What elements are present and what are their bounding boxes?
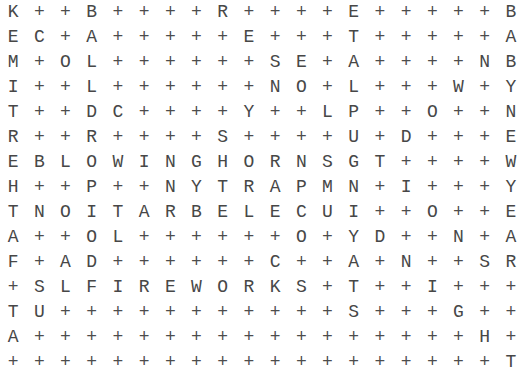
grid-cell-filler[interactable]: +: [157, 299, 183, 324]
grid-cell-letter[interactable]: D: [393, 125, 419, 150]
grid-cell-filler[interactable]: +: [367, 100, 393, 125]
grid-cell-filler[interactable]: +: [419, 125, 445, 150]
grid-cell-filler[interactable]: +: [26, 349, 52, 374]
grid-cell-filler[interactable]: +: [314, 299, 340, 324]
grid-cell-letter[interactable]: L: [79, 50, 105, 75]
grid-cell-letter[interactable]: T: [341, 274, 367, 299]
grid-cell-letter[interactable]: S: [262, 50, 288, 75]
grid-cell-letter[interactable]: W: [183, 274, 209, 299]
grid-cell-filler[interactable]: +: [445, 0, 471, 25]
grid-cell-filler[interactable]: +: [157, 100, 183, 125]
grid-cell-filler[interactable]: +: [26, 175, 52, 200]
grid-cell-letter[interactable]: A: [262, 175, 288, 200]
grid-cell-filler[interactable]: +: [183, 0, 209, 25]
grid-cell-letter[interactable]: R: [79, 125, 105, 150]
grid-cell-filler[interactable]: +: [210, 224, 236, 249]
grid-cell-filler[interactable]: +: [393, 25, 419, 50]
grid-cell-filler[interactable]: +: [131, 0, 157, 25]
grid-cell-filler[interactable]: +: [157, 50, 183, 75]
grid-cell-filler[interactable]: +: [52, 75, 78, 100]
grid-cell-filler[interactable]: +: [393, 349, 419, 374]
grid-cell-filler[interactable]: +: [419, 299, 445, 324]
grid-cell-filler[interactable]: +: [419, 175, 445, 200]
grid-cell-filler[interactable]: +: [52, 224, 78, 249]
grid-cell-filler[interactable]: +: [314, 324, 340, 349]
grid-cell-filler[interactable]: +: [367, 50, 393, 75]
grid-cell-filler[interactable]: +: [210, 25, 236, 50]
grid-cell-letter[interactable]: T: [367, 150, 393, 175]
grid-cell-filler[interactable]: +: [131, 175, 157, 200]
grid-cell-letter[interactable]: U: [341, 125, 367, 150]
grid-cell-filler[interactable]: +: [288, 25, 314, 50]
grid-cell-filler[interactable]: +: [210, 249, 236, 274]
grid-cell-filler[interactable]: +: [183, 324, 209, 349]
grid-cell-letter[interactable]: S: [26, 274, 52, 299]
grid-cell-filler[interactable]: +: [419, 0, 445, 25]
grid-cell-filler[interactable]: +: [236, 125, 262, 150]
grid-cell-filler[interactable]: +: [445, 100, 471, 125]
grid-cell-filler[interactable]: +: [262, 349, 288, 374]
grid-cell-filler[interactable]: +: [367, 125, 393, 150]
grid-cell-filler[interactable]: +: [472, 125, 498, 150]
grid-cell-filler[interactable]: +: [105, 75, 131, 100]
grid-cell-letter[interactable]: E: [0, 25, 26, 50]
grid-cell-letter[interactable]: S: [341, 299, 367, 324]
grid-cell-filler[interactable]: +: [288, 324, 314, 349]
grid-cell-letter[interactable]: A: [498, 224, 524, 249]
grid-cell-filler[interactable]: +: [472, 25, 498, 50]
grid-cell-filler[interactable]: +: [157, 249, 183, 274]
grid-cell-letter[interactable]: I: [105, 274, 131, 299]
grid-cell-letter[interactable]: O: [79, 224, 105, 249]
grid-cell-filler[interactable]: +: [419, 25, 445, 50]
grid-cell-filler[interactable]: +: [131, 50, 157, 75]
grid-cell-filler[interactable]: +: [236, 224, 262, 249]
grid-cell-letter[interactable]: N: [26, 199, 52, 224]
grid-cell-filler[interactable]: +: [419, 324, 445, 349]
grid-cell-filler[interactable]: +: [262, 25, 288, 50]
grid-cell-filler[interactable]: +: [472, 75, 498, 100]
grid-cell-letter[interactable]: M: [314, 175, 340, 200]
grid-cell-letter[interactable]: S: [472, 249, 498, 274]
grid-cell-letter[interactable]: B: [26, 150, 52, 175]
grid-cell-filler[interactable]: +: [393, 150, 419, 175]
grid-cell-filler[interactable]: +: [498, 299, 524, 324]
grid-cell-letter[interactable]: S: [288, 274, 314, 299]
grid-cell-filler[interactable]: +: [183, 299, 209, 324]
grid-cell-filler[interactable]: +: [105, 125, 131, 150]
grid-cell-filler[interactable]: +: [288, 0, 314, 25]
grid-cell-letter[interactable]: Y: [498, 75, 524, 100]
grid-cell-filler[interactable]: +: [236, 349, 262, 374]
grid-cell-letter[interactable]: P: [288, 175, 314, 200]
grid-cell-filler[interactable]: +: [445, 175, 471, 200]
grid-cell-filler[interactable]: +: [314, 50, 340, 75]
grid-cell-filler[interactable]: +: [52, 125, 78, 150]
grid-cell-letter[interactable]: L: [52, 274, 78, 299]
grid-cell-letter[interactable]: A: [52, 249, 78, 274]
grid-cell-letter[interactable]: T: [498, 349, 524, 374]
grid-cell-filler[interactable]: +: [393, 199, 419, 224]
grid-cell-filler[interactable]: +: [314, 274, 340, 299]
grid-cell-filler[interactable]: +: [79, 299, 105, 324]
grid-cell-letter[interactable]: H: [0, 175, 26, 200]
grid-cell-letter[interactable]: L: [341, 75, 367, 100]
grid-cell-letter[interactable]: O: [79, 150, 105, 175]
grid-cell-filler[interactable]: +: [183, 75, 209, 100]
grid-cell-filler[interactable]: +: [52, 349, 78, 374]
grid-cell-filler[interactable]: +: [393, 324, 419, 349]
grid-cell-filler[interactable]: +: [419, 75, 445, 100]
grid-cell-filler[interactable]: +: [52, 0, 78, 25]
grid-cell-filler[interactable]: +: [288, 299, 314, 324]
grid-cell-filler[interactable]: +: [236, 0, 262, 25]
grid-cell-filler[interactable]: +: [472, 0, 498, 25]
grid-cell-filler[interactable]: +: [157, 349, 183, 374]
grid-cell-filler[interactable]: +: [210, 50, 236, 75]
grid-cell-filler[interactable]: +: [210, 100, 236, 125]
grid-cell-filler[interactable]: +: [131, 75, 157, 100]
grid-cell-letter[interactable]: Y: [498, 175, 524, 200]
grid-cell-letter[interactable]: E: [157, 274, 183, 299]
grid-cell-filler[interactable]: +: [52, 299, 78, 324]
grid-cell-letter[interactable]: C: [288, 199, 314, 224]
grid-cell-letter[interactable]: S: [314, 150, 340, 175]
grid-cell-letter[interactable]: P: [79, 175, 105, 200]
grid-cell-letter[interactable]: S: [210, 125, 236, 150]
grid-cell-letter[interactable]: D: [79, 249, 105, 274]
grid-cell-letter[interactable]: L: [236, 199, 262, 224]
grid-cell-filler[interactable]: +: [183, 50, 209, 75]
grid-cell-letter[interactable]: N: [445, 224, 471, 249]
grid-cell-filler[interactable]: +: [210, 299, 236, 324]
grid-cell-filler[interactable]: +: [314, 75, 340, 100]
grid-cell-filler[interactable]: +: [314, 224, 340, 249]
grid-cell-letter[interactable]: Y: [236, 100, 262, 125]
grid-cell-filler[interactable]: +: [314, 249, 340, 274]
grid-cell-letter[interactable]: G: [445, 299, 471, 324]
grid-cell-letter[interactable]: E: [236, 25, 262, 50]
grid-cell-filler[interactable]: +: [183, 224, 209, 249]
grid-cell-filler[interactable]: +: [79, 349, 105, 374]
grid-cell-filler[interactable]: +: [157, 125, 183, 150]
grid-cell-letter[interactable]: N: [393, 249, 419, 274]
grid-cell-filler[interactable]: +: [393, 224, 419, 249]
grid-cell-filler[interactable]: +: [183, 249, 209, 274]
grid-cell-filler[interactable]: +: [445, 199, 471, 224]
grid-cell-filler[interactable]: +: [210, 349, 236, 374]
grid-cell-filler[interactable]: +: [210, 75, 236, 100]
grid-cell-letter[interactable]: I: [419, 274, 445, 299]
grid-cell-filler[interactable]: +: [393, 75, 419, 100]
grid-cell-filler[interactable]: +: [367, 25, 393, 50]
grid-cell-filler[interactable]: +: [367, 0, 393, 25]
grid-cell-letter[interactable]: A: [0, 224, 26, 249]
grid-cell-filler[interactable]: +: [419, 349, 445, 374]
grid-cell-filler[interactable]: +: [157, 0, 183, 25]
grid-cell-filler[interactable]: +: [367, 324, 393, 349]
grid-cell-letter[interactable]: R: [157, 199, 183, 224]
grid-cell-filler[interactable]: +: [419, 224, 445, 249]
grid-cell-letter[interactable]: R: [0, 125, 26, 150]
grid-cell-filler[interactable]: +: [157, 324, 183, 349]
grid-cell-filler[interactable]: +: [419, 249, 445, 274]
grid-cell-filler[interactable]: +: [105, 0, 131, 25]
grid-cell-filler[interactable]: +: [393, 0, 419, 25]
grid-cell-letter[interactable]: U: [314, 199, 340, 224]
grid-cell-letter[interactable]: E: [262, 199, 288, 224]
grid-cell-filler[interactable]: +: [236, 299, 262, 324]
grid-cell-filler[interactable]: +: [445, 324, 471, 349]
grid-cell-filler[interactable]: +: [472, 199, 498, 224]
grid-cell-filler[interactable]: +: [498, 274, 524, 299]
grid-cell-filler[interactable]: +: [105, 50, 131, 75]
grid-cell-letter[interactable]: E: [288, 50, 314, 75]
grid-cell-letter[interactable]: A: [341, 50, 367, 75]
grid-cell-filler[interactable]: +: [26, 0, 52, 25]
grid-cell-letter[interactable]: U: [26, 299, 52, 324]
grid-cell-letter[interactable]: T: [210, 175, 236, 200]
grid-cell-filler[interactable]: +: [157, 224, 183, 249]
grid-cell-letter[interactable]: F: [0, 249, 26, 274]
grid-cell-filler[interactable]: +: [131, 249, 157, 274]
grid-cell-letter[interactable]: O: [236, 150, 262, 175]
grid-cell-filler[interactable]: +: [445, 150, 471, 175]
grid-cell-letter[interactable]: B: [498, 0, 524, 25]
grid-cell-letter[interactable]: K: [262, 274, 288, 299]
grid-cell-filler[interactable]: +: [183, 349, 209, 374]
grid-cell-letter[interactable]: D: [367, 224, 393, 249]
grid-cell-letter[interactable]: I: [0, 75, 26, 100]
grid-cell-filler[interactable]: +: [79, 324, 105, 349]
grid-cell-filler[interactable]: +: [236, 324, 262, 349]
grid-cell-filler[interactable]: +: [314, 125, 340, 150]
grid-cell-filler[interactable]: +: [367, 249, 393, 274]
grid-cell-filler[interactable]: +: [105, 299, 131, 324]
grid-cell-letter[interactable]: E: [341, 0, 367, 25]
grid-cell-letter[interactable]: W: [105, 150, 131, 175]
grid-cell-letter[interactable]: O: [210, 274, 236, 299]
grid-cell-filler[interactable]: +: [314, 349, 340, 374]
grid-cell-letter[interactable]: I: [131, 150, 157, 175]
grid-cell-filler[interactable]: +: [26, 249, 52, 274]
grid-cell-filler[interactable]: +: [183, 100, 209, 125]
grid-cell-letter[interactable]: E: [210, 199, 236, 224]
grid-cell-filler[interactable]: +: [472, 274, 498, 299]
grid-cell-filler[interactable]: +: [472, 224, 498, 249]
grid-cell-letter[interactable]: E: [498, 199, 524, 224]
grid-cell-filler[interactable]: +: [183, 125, 209, 150]
grid-cell-letter[interactable]: B: [498, 50, 524, 75]
grid-cell-letter[interactable]: R: [236, 274, 262, 299]
grid-cell-letter[interactable]: L: [52, 150, 78, 175]
grid-cell-filler[interactable]: +: [26, 125, 52, 150]
grid-cell-letter[interactable]: N: [288, 150, 314, 175]
grid-cell-filler[interactable]: +: [0, 349, 26, 374]
grid-cell-filler[interactable]: +: [183, 25, 209, 50]
grid-cell-letter[interactable]: I: [393, 175, 419, 200]
grid-cell-filler[interactable]: +: [236, 50, 262, 75]
grid-cell-letter[interactable]: N: [157, 150, 183, 175]
grid-cell-filler[interactable]: +: [131, 299, 157, 324]
grid-cell-letter[interactable]: C: [105, 100, 131, 125]
grid-cell-filler[interactable]: +: [236, 75, 262, 100]
grid-cell-filler[interactable]: +: [105, 349, 131, 374]
grid-cell-filler[interactable]: +: [419, 50, 445, 75]
grid-cell-filler[interactable]: +: [367, 175, 393, 200]
grid-cell-letter[interactable]: B: [79, 0, 105, 25]
grid-cell-filler[interactable]: +: [105, 324, 131, 349]
grid-cell-letter[interactable]: A: [341, 249, 367, 274]
grid-cell-filler[interactable]: +: [131, 125, 157, 150]
grid-cell-filler[interactable]: +: [26, 50, 52, 75]
grid-cell-letter[interactable]: Y: [341, 224, 367, 249]
grid-cell-filler[interactable]: +: [52, 25, 78, 50]
grid-cell-letter[interactable]: M: [0, 50, 26, 75]
grid-cell-letter[interactable]: A: [0, 324, 26, 349]
grid-cell-filler[interactable]: +: [314, 0, 340, 25]
grid-cell-filler[interactable]: +: [26, 100, 52, 125]
grid-cell-filler[interactable]: +: [105, 175, 131, 200]
grid-cell-letter[interactable]: R: [131, 274, 157, 299]
grid-cell-filler[interactable]: +: [472, 299, 498, 324]
grid-cell-filler[interactable]: +: [472, 150, 498, 175]
grid-cell-filler[interactable]: +: [262, 299, 288, 324]
grid-cell-filler[interactable]: +: [262, 125, 288, 150]
grid-cell-letter[interactable]: I: [79, 199, 105, 224]
grid-cell-letter[interactable]: H: [210, 150, 236, 175]
grid-cell-filler[interactable]: +: [0, 274, 26, 299]
grid-cell-filler[interactable]: +: [26, 324, 52, 349]
grid-cell-filler[interactable]: +: [445, 349, 471, 374]
grid-cell-letter[interactable]: W: [498, 150, 524, 175]
grid-cell-filler[interactable]: +: [52, 324, 78, 349]
grid-cell-letter[interactable]: E: [0, 150, 26, 175]
grid-cell-filler[interactable]: +: [367, 349, 393, 374]
grid-cell-letter[interactable]: T: [0, 199, 26, 224]
grid-cell-letter[interactable]: O: [52, 199, 78, 224]
grid-cell-filler[interactable]: +: [288, 100, 314, 125]
grid-cell-filler[interactable]: +: [314, 25, 340, 50]
grid-cell-filler[interactable]: +: [498, 324, 524, 349]
grid-cell-letter[interactable]: C: [26, 25, 52, 50]
grid-cell-letter[interactable]: O: [288, 75, 314, 100]
grid-cell-filler[interactable]: +: [472, 100, 498, 125]
grid-cell-letter[interactable]: I: [341, 199, 367, 224]
grid-cell-letter[interactable]: T: [0, 100, 26, 125]
grid-cell-filler[interactable]: +: [131, 100, 157, 125]
grid-cell-letter[interactable]: F: [79, 274, 105, 299]
grid-cell-letter[interactable]: Y: [183, 175, 209, 200]
grid-cell-letter[interactable]: A: [79, 25, 105, 50]
grid-cell-letter[interactable]: O: [419, 100, 445, 125]
grid-cell-filler[interactable]: +: [262, 224, 288, 249]
grid-cell-letter[interactable]: H: [472, 324, 498, 349]
grid-cell-letter[interactable]: R: [236, 175, 262, 200]
grid-cell-filler[interactable]: +: [367, 274, 393, 299]
grid-cell-letter[interactable]: N: [262, 75, 288, 100]
grid-cell-letter[interactable]: T: [105, 199, 131, 224]
grid-cell-letter[interactable]: L: [79, 75, 105, 100]
grid-cell-filler[interactable]: +: [52, 100, 78, 125]
grid-cell-letter[interactable]: G: [183, 150, 209, 175]
grid-cell-filler[interactable]: +: [445, 249, 471, 274]
grid-cell-filler[interactable]: +: [393, 274, 419, 299]
grid-cell-filler[interactable]: +: [105, 25, 131, 50]
grid-cell-letter[interactable]: T: [0, 299, 26, 324]
grid-cell-letter[interactable]: R: [262, 150, 288, 175]
grid-cell-letter[interactable]: N: [498, 100, 524, 125]
grid-cell-filler[interactable]: +: [445, 50, 471, 75]
grid-cell-letter[interactable]: L: [105, 224, 131, 249]
grid-cell-letter[interactable]: N: [341, 175, 367, 200]
grid-cell-letter[interactable]: A: [498, 25, 524, 50]
grid-cell-filler[interactable]: +: [131, 349, 157, 374]
grid-cell-letter[interactable]: R: [498, 249, 524, 274]
grid-cell-filler[interactable]: +: [367, 75, 393, 100]
grid-cell-letter[interactable]: C: [262, 249, 288, 274]
grid-cell-letter[interactable]: R: [210, 0, 236, 25]
grid-cell-letter[interactable]: O: [52, 50, 78, 75]
grid-cell-filler[interactable]: +: [131, 25, 157, 50]
grid-cell-letter[interactable]: N: [472, 50, 498, 75]
grid-cell-letter[interactable]: E: [498, 125, 524, 150]
grid-cell-filler[interactable]: +: [262, 324, 288, 349]
grid-cell-filler[interactable]: +: [445, 25, 471, 50]
grid-cell-filler[interactable]: +: [445, 125, 471, 150]
grid-cell-letter[interactable]: P: [341, 100, 367, 125]
grid-cell-filler[interactable]: +: [288, 249, 314, 274]
grid-cell-filler[interactable]: +: [131, 324, 157, 349]
grid-cell-filler[interactable]: +: [262, 0, 288, 25]
grid-cell-filler[interactable]: +: [367, 299, 393, 324]
grid-cell-filler[interactable]: +: [26, 224, 52, 249]
grid-cell-letter[interactable]: G: [341, 150, 367, 175]
grid-cell-filler[interactable]: +: [157, 25, 183, 50]
grid-cell-letter[interactable]: O: [419, 199, 445, 224]
grid-cell-filler[interactable]: +: [367, 199, 393, 224]
grid-cell-letter[interactable]: B: [183, 199, 209, 224]
grid-cell-filler[interactable]: +: [236, 249, 262, 274]
grid-cell-filler[interactable]: +: [393, 50, 419, 75]
grid-cell-letter[interactable]: N: [157, 175, 183, 200]
grid-cell-filler[interactable]: +: [341, 349, 367, 374]
grid-cell-filler[interactable]: +: [472, 175, 498, 200]
grid-cell-letter[interactable]: K: [0, 0, 26, 25]
grid-cell-filler[interactable]: +: [105, 249, 131, 274]
grid-cell-filler[interactable]: +: [288, 349, 314, 374]
grid-cell-letter[interactable]: W: [445, 75, 471, 100]
grid-cell-filler[interactable]: +: [419, 150, 445, 175]
grid-cell-filler[interactable]: +: [210, 324, 236, 349]
grid-cell-letter[interactable]: T: [341, 25, 367, 50]
grid-cell-filler[interactable]: +: [393, 299, 419, 324]
grid-cell-filler[interactable]: +: [393, 100, 419, 125]
grid-cell-filler[interactable]: +: [472, 349, 498, 374]
grid-cell-filler[interactable]: +: [288, 125, 314, 150]
grid-cell-filler[interactable]: +: [26, 75, 52, 100]
grid-cell-filler[interactable]: +: [157, 75, 183, 100]
grid-cell-filler[interactable]: +: [341, 324, 367, 349]
grid-cell-filler[interactable]: +: [445, 274, 471, 299]
grid-cell-letter[interactable]: D: [79, 100, 105, 125]
grid-cell-filler[interactable]: +: [52, 175, 78, 200]
grid-cell-filler[interactable]: +: [262, 100, 288, 125]
grid-cell-filler[interactable]: +: [131, 224, 157, 249]
grid-cell-letter[interactable]: L: [314, 100, 340, 125]
grid-cell-letter[interactable]: O: [288, 224, 314, 249]
grid-cell-letter[interactable]: A: [131, 199, 157, 224]
